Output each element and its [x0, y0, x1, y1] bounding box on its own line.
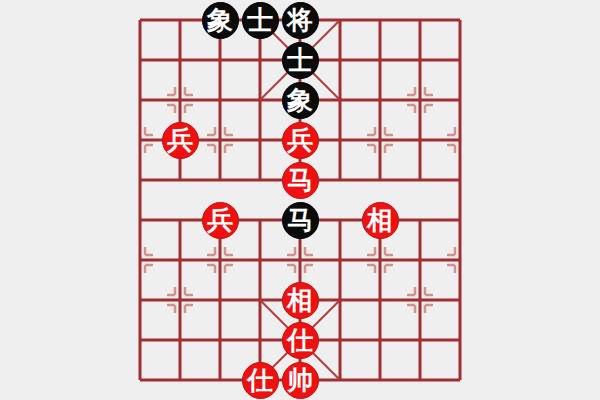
board-point-3-8[interactable] [240, 320, 280, 360]
board-point-2-6[interactable] [200, 240, 240, 280]
board-point-3-1[interactable] [240, 40, 280, 80]
board-point-4-5[interactable]: 马 [280, 200, 320, 240]
board-point-7-9[interactable] [400, 360, 440, 400]
board-point-4-1[interactable]: 士 [280, 40, 320, 80]
board-point-6-8[interactable] [360, 320, 400, 360]
board-point-8-8[interactable] [440, 320, 480, 360]
board-point-8-4[interactable] [440, 160, 480, 200]
board-point-3-7[interactable] [240, 280, 280, 320]
board-point-5-9[interactable] [320, 360, 360, 400]
board-point-6-0[interactable] [360, 0, 400, 40]
board-point-1-8[interactable] [160, 320, 200, 360]
board-point-6-7[interactable] [360, 280, 400, 320]
piece-red-advisor[interactable]: 仕 [282, 322, 319, 359]
board-point-1-1[interactable] [160, 40, 200, 80]
piece-black-advisor[interactable]: 士 [242, 2, 279, 39]
board-point-2-7[interactable] [200, 280, 240, 320]
board-point-1-3[interactable]: 兵 [160, 120, 200, 160]
board-point-7-1[interactable] [400, 40, 440, 80]
board-point-4-2[interactable]: 象 [280, 80, 320, 120]
board-point-5-1[interactable] [320, 40, 360, 80]
piece-red-advisor[interactable]: 仕 [242, 362, 279, 399]
board-point-0-9[interactable] [120, 360, 160, 400]
board-point-4-7[interactable]: 相 [280, 280, 320, 320]
board-point-4-4[interactable]: 马 [280, 160, 320, 200]
board-point-5-6[interactable] [320, 240, 360, 280]
board-point-1-7[interactable] [160, 280, 200, 320]
board-point-7-2[interactable] [400, 80, 440, 120]
board-point-8-2[interactable] [440, 80, 480, 120]
board-point-3-4[interactable] [240, 160, 280, 200]
board-point-8-9[interactable] [440, 360, 480, 400]
board-point-3-5[interactable] [240, 200, 280, 240]
board-point-6-9[interactable] [360, 360, 400, 400]
board-point-7-5[interactable] [400, 200, 440, 240]
board-point-7-3[interactable] [400, 120, 440, 160]
board-point-3-0[interactable]: 士 [240, 0, 280, 40]
board-point-7-7[interactable] [400, 280, 440, 320]
board-point-2-3[interactable] [200, 120, 240, 160]
board-point-1-6[interactable] [160, 240, 200, 280]
board-point-8-1[interactable] [440, 40, 480, 80]
board-point-1-4[interactable] [160, 160, 200, 200]
board-point-5-4[interactable] [320, 160, 360, 200]
board-point-4-0[interactable]: 将 [280, 0, 320, 40]
xiangqi-board: 象士将士象兵兵马兵马相相仕仕帅 [120, 0, 480, 400]
board-point-5-8[interactable] [320, 320, 360, 360]
board-point-6-6[interactable] [360, 240, 400, 280]
board-point-4-8[interactable]: 仕 [280, 320, 320, 360]
board-point-5-3[interactable] [320, 120, 360, 160]
piece-red-elephant[interactable]: 相 [362, 202, 399, 239]
board-point-7-4[interactable] [400, 160, 440, 200]
board-point-3-6[interactable] [240, 240, 280, 280]
board-point-7-0[interactable] [400, 0, 440, 40]
board-point-0-4[interactable] [120, 160, 160, 200]
board-point-4-3[interactable]: 兵 [280, 120, 320, 160]
board-point-2-9[interactable] [200, 360, 240, 400]
board-point-2-5[interactable]: 兵 [200, 200, 240, 240]
board-point-0-6[interactable] [120, 240, 160, 280]
board-point-6-4[interactable] [360, 160, 400, 200]
piece-red-soldier[interactable]: 兵 [202, 202, 239, 239]
board-point-1-9[interactable] [160, 360, 200, 400]
board-point-4-9[interactable]: 帅 [280, 360, 320, 400]
board-point-7-8[interactable] [400, 320, 440, 360]
board-point-0-2[interactable] [120, 80, 160, 120]
piece-black-horse[interactable]: 马 [282, 202, 319, 239]
board-point-8-7[interactable] [440, 280, 480, 320]
board-point-0-8[interactable] [120, 320, 160, 360]
piece-red-horse[interactable]: 马 [282, 162, 319, 199]
piece-black-elephant[interactable]: 象 [202, 2, 239, 39]
board-point-1-0[interactable] [160, 0, 200, 40]
piece-black-advisor[interactable]: 士 [282, 42, 319, 79]
board-point-8-0[interactable] [440, 0, 480, 40]
board-point-2-1[interactable] [200, 40, 240, 80]
board-point-6-3[interactable] [360, 120, 400, 160]
piece-red-general[interactable]: 帅 [282, 362, 319, 399]
board-point-8-5[interactable] [440, 200, 480, 240]
board-point-0-7[interactable] [120, 280, 160, 320]
piece-red-elephant[interactable]: 相 [282, 282, 319, 319]
board-point-7-6[interactable] [400, 240, 440, 280]
board-point-2-8[interactable] [200, 320, 240, 360]
xiangqi-app: 象士将士象兵兵马兵马相相仕仕帅 [0, 0, 600, 400]
board-point-5-5[interactable] [320, 200, 360, 240]
board-point-5-0[interactable] [320, 0, 360, 40]
board-point-8-6[interactable] [440, 240, 480, 280]
board-point-0-5[interactable] [120, 200, 160, 240]
piece-red-soldier[interactable]: 兵 [162, 122, 199, 159]
board-point-6-1[interactable] [360, 40, 400, 80]
board-point-1-5[interactable] [160, 200, 200, 240]
piece-black-elephant[interactable]: 象 [282, 82, 319, 119]
board-point-2-4[interactable] [200, 160, 240, 200]
board-point-6-2[interactable] [360, 80, 400, 120]
board-point-0-3[interactable] [120, 120, 160, 160]
board-point-0-1[interactable] [120, 40, 160, 80]
board-point-5-2[interactable] [320, 80, 360, 120]
board-point-5-7[interactable] [320, 280, 360, 320]
board-point-2-0[interactable]: 象 [200, 0, 240, 40]
board-point-4-6[interactable] [280, 240, 320, 280]
board-point-6-5[interactable]: 相 [360, 200, 400, 240]
piece-red-soldier[interactable]: 兵 [282, 122, 319, 159]
board-point-3-3[interactable] [240, 120, 280, 160]
board-point-0-0[interactable] [120, 0, 160, 40]
board-point-1-2[interactable] [160, 80, 200, 120]
board-point-2-2[interactable] [200, 80, 240, 120]
board-point-3-2[interactable] [240, 80, 280, 120]
board-point-8-3[interactable] [440, 120, 480, 160]
piece-black-general[interactable]: 将 [282, 2, 319, 39]
board-point-3-9[interactable]: 仕 [240, 360, 280, 400]
